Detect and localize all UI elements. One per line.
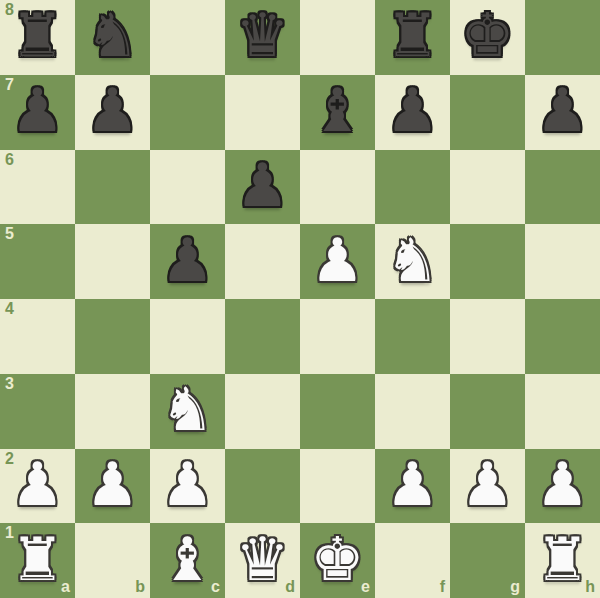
square-g3[interactable] <box>450 374 525 449</box>
square-d5[interactable] <box>225 224 300 299</box>
square-a3[interactable]: 3 <box>0 374 75 449</box>
square-c5[interactable]: ♟ <box>150 224 225 299</box>
square-b3[interactable] <box>75 374 150 449</box>
square-a4[interactable]: 4 <box>0 299 75 374</box>
piece-black-pawn[interactable]: ♟ <box>536 73 590 147</box>
square-g2[interactable]: ♟ <box>450 449 525 524</box>
piece-black-bishop[interactable]: ♝ <box>311 73 365 147</box>
square-f7[interactable]: ♟ <box>375 75 450 150</box>
square-h8[interactable] <box>525 0 600 75</box>
piece-white-queen[interactable]: ♛ <box>236 522 290 596</box>
square-a6[interactable]: 6 <box>0 150 75 225</box>
piece-black-pawn[interactable]: ♟ <box>386 73 440 147</box>
square-g8[interactable]: ♚ <box>450 0 525 75</box>
piece-white-pawn[interactable]: ♟ <box>11 447 65 521</box>
square-d6[interactable]: ♟ <box>225 150 300 225</box>
piece-white-pawn[interactable]: ♟ <box>161 447 215 521</box>
square-g6[interactable] <box>450 150 525 225</box>
square-g4[interactable] <box>450 299 525 374</box>
square-f4[interactable] <box>375 299 450 374</box>
chess-board: 8♜♞♛♜♚7♟♟♝♟♟6♟5♟♟♞43♞2♟♟♟♟♟♟1a♜bc♝d♛e♚fg… <box>0 0 600 598</box>
piece-black-king[interactable]: ♚ <box>461 0 515 72</box>
square-a5[interactable]: 5 <box>0 224 75 299</box>
piece-black-pawn[interactable]: ♟ <box>236 148 290 222</box>
square-c8[interactable] <box>150 0 225 75</box>
square-f8[interactable]: ♜ <box>375 0 450 75</box>
square-f2[interactable]: ♟ <box>375 449 450 524</box>
square-e1[interactable]: e♚ <box>300 523 375 598</box>
piece-white-knight[interactable]: ♞ <box>386 223 440 297</box>
square-a1[interactable]: 1a♜ <box>0 523 75 598</box>
square-h2[interactable]: ♟ <box>525 449 600 524</box>
square-a8[interactable]: 8♜ <box>0 0 75 75</box>
square-c2[interactable]: ♟ <box>150 449 225 524</box>
file-label-b: b <box>135 579 145 595</box>
square-g1[interactable]: g <box>450 523 525 598</box>
square-g5[interactable] <box>450 224 525 299</box>
square-f6[interactable] <box>375 150 450 225</box>
square-d4[interactable] <box>225 299 300 374</box>
square-b1[interactable]: b <box>75 523 150 598</box>
square-e2[interactable] <box>300 449 375 524</box>
square-b8[interactable]: ♞ <box>75 0 150 75</box>
piece-black-queen[interactable]: ♛ <box>236 0 290 72</box>
square-e7[interactable]: ♝ <box>300 75 375 150</box>
square-e8[interactable] <box>300 0 375 75</box>
square-h1[interactable]: h♜ <box>525 523 600 598</box>
piece-black-pawn[interactable]: ♟ <box>11 73 65 147</box>
square-f1[interactable]: f <box>375 523 450 598</box>
piece-black-pawn[interactable]: ♟ <box>86 73 140 147</box>
file-label-g: g <box>510 579 520 595</box>
piece-white-pawn[interactable]: ♟ <box>86 447 140 521</box>
rank-label-4: 4 <box>5 301 14 317</box>
square-d8[interactable]: ♛ <box>225 0 300 75</box>
square-b6[interactable] <box>75 150 150 225</box>
rank-label-5: 5 <box>5 226 14 242</box>
square-a2[interactable]: 2♟ <box>0 449 75 524</box>
piece-white-pawn[interactable]: ♟ <box>536 447 590 521</box>
piece-white-pawn[interactable]: ♟ <box>461 447 515 521</box>
square-d1[interactable]: d♛ <box>225 523 300 598</box>
piece-white-bishop[interactable]: ♝ <box>161 522 215 596</box>
square-d7[interactable] <box>225 75 300 150</box>
square-h6[interactable] <box>525 150 600 225</box>
square-d3[interactable] <box>225 374 300 449</box>
square-c1[interactable]: c♝ <box>150 523 225 598</box>
square-d2[interactable] <box>225 449 300 524</box>
square-h7[interactable]: ♟ <box>525 75 600 150</box>
square-e6[interactable] <box>300 150 375 225</box>
piece-white-king[interactable]: ♚ <box>311 522 365 596</box>
square-e4[interactable] <box>300 299 375 374</box>
square-g7[interactable] <box>450 75 525 150</box>
square-b5[interactable] <box>75 224 150 299</box>
piece-white-pawn[interactable]: ♟ <box>386 447 440 521</box>
piece-white-rook[interactable]: ♜ <box>11 522 65 596</box>
piece-black-knight[interactable]: ♞ <box>86 0 140 72</box>
square-h5[interactable] <box>525 224 600 299</box>
piece-black-pawn[interactable]: ♟ <box>161 223 215 297</box>
square-c6[interactable] <box>150 150 225 225</box>
rank-label-3: 3 <box>5 376 14 392</box>
square-b4[interactable] <box>75 299 150 374</box>
square-h3[interactable] <box>525 374 600 449</box>
piece-white-pawn[interactable]: ♟ <box>311 223 365 297</box>
file-label-f: f <box>440 579 445 595</box>
square-e5[interactable]: ♟ <box>300 224 375 299</box>
piece-white-knight[interactable]: ♞ <box>161 372 215 446</box>
square-f5[interactable]: ♞ <box>375 224 450 299</box>
piece-black-rook[interactable]: ♜ <box>386 0 440 72</box>
square-c4[interactable] <box>150 299 225 374</box>
piece-white-rook[interactable]: ♜ <box>536 522 590 596</box>
square-c7[interactable] <box>150 75 225 150</box>
square-a7[interactable]: 7♟ <box>0 75 75 150</box>
square-c3[interactable]: ♞ <box>150 374 225 449</box>
piece-black-rook[interactable]: ♜ <box>11 0 65 72</box>
square-h4[interactable] <box>525 299 600 374</box>
square-e3[interactable] <box>300 374 375 449</box>
square-b2[interactable]: ♟ <box>75 449 150 524</box>
rank-label-6: 6 <box>5 152 14 168</box>
square-f3[interactable] <box>375 374 450 449</box>
square-b7[interactable]: ♟ <box>75 75 150 150</box>
